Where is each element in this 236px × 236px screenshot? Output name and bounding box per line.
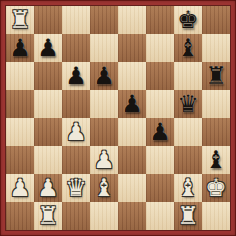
square-e6[interactable] — [118, 62, 146, 90]
piece-black-pawn-b7[interactable]: ♟ — [34, 34, 62, 62]
square-d5[interactable] — [90, 90, 118, 118]
square-b6[interactable] — [34, 62, 62, 90]
square-c6[interactable]: ♟ — [62, 62, 90, 90]
square-c8[interactable] — [62, 6, 90, 34]
square-c7[interactable] — [62, 34, 90, 62]
square-f6[interactable] — [146, 62, 174, 90]
piece-white-pawn-a2[interactable]: ♟ — [6, 174, 34, 202]
piece-white-rook-a8[interactable]: ♜ — [6, 6, 34, 34]
square-a7[interactable]: ♟ — [6, 34, 34, 62]
piece-black-pawn-e5[interactable]: ♟ — [118, 90, 146, 118]
square-f2[interactable] — [146, 174, 174, 202]
square-e1[interactable] — [118, 202, 146, 230]
square-b8[interactable] — [34, 6, 62, 34]
square-f8[interactable] — [146, 6, 174, 34]
square-h1[interactable] — [202, 202, 230, 230]
piece-black-queen-g5[interactable]: ♛ — [174, 90, 202, 118]
square-d2[interactable]: ♝ — [90, 174, 118, 202]
square-d1[interactable] — [90, 202, 118, 230]
square-h4[interactable] — [202, 118, 230, 146]
piece-black-pawn-d6[interactable]: ♟ — [90, 62, 118, 90]
piece-white-pawn-c4[interactable]: ♟ — [62, 118, 90, 146]
square-d8[interactable] — [90, 6, 118, 34]
chess-board: ♜♚♟♟♝♟♟♜♟♛♟♟♟♝♟♟♛♝♝♚♜♜ — [6, 6, 230, 230]
piece-black-king-g8[interactable]: ♚ — [174, 6, 202, 34]
square-e8[interactable] — [118, 6, 146, 34]
square-b1[interactable]: ♜ — [34, 202, 62, 230]
square-b3[interactable] — [34, 146, 62, 174]
square-g7[interactable]: ♝ — [174, 34, 202, 62]
square-a1[interactable] — [6, 202, 34, 230]
board-frame: ♜♚♟♟♝♟♟♜♟♛♟♟♟♝♟♟♛♝♝♚♜♜ — [0, 0, 236, 236]
square-a8[interactable]: ♜ — [6, 6, 34, 34]
piece-white-rook-b1[interactable]: ♜ — [34, 202, 62, 230]
square-e2[interactable] — [118, 174, 146, 202]
square-f1[interactable] — [146, 202, 174, 230]
square-c5[interactable] — [62, 90, 90, 118]
piece-white-king-h2[interactable]: ♚ — [202, 174, 230, 202]
square-h6[interactable]: ♜ — [202, 62, 230, 90]
piece-black-bishop-h3[interactable]: ♝ — [202, 146, 230, 174]
square-h7[interactable] — [202, 34, 230, 62]
square-b2[interactable]: ♟ — [34, 174, 62, 202]
square-a4[interactable] — [6, 118, 34, 146]
square-g8[interactable]: ♚ — [174, 6, 202, 34]
square-a6[interactable] — [6, 62, 34, 90]
square-g1[interactable]: ♜ — [174, 202, 202, 230]
piece-black-pawn-a7[interactable]: ♟ — [6, 34, 34, 62]
square-a2[interactable]: ♟ — [6, 174, 34, 202]
square-d6[interactable]: ♟ — [90, 62, 118, 90]
piece-white-bishop-g2[interactable]: ♝ — [174, 174, 202, 202]
piece-white-queen-c2[interactable]: ♛ — [62, 174, 90, 202]
square-f4[interactable]: ♟ — [146, 118, 174, 146]
square-f5[interactable] — [146, 90, 174, 118]
piece-black-pawn-c6[interactable]: ♟ — [62, 62, 90, 90]
square-b5[interactable] — [34, 90, 62, 118]
square-d4[interactable] — [90, 118, 118, 146]
square-d3[interactable]: ♟ — [90, 146, 118, 174]
square-b7[interactable]: ♟ — [34, 34, 62, 62]
square-a3[interactable] — [6, 146, 34, 174]
square-h3[interactable]: ♝ — [202, 146, 230, 174]
square-f7[interactable] — [146, 34, 174, 62]
square-d7[interactable] — [90, 34, 118, 62]
square-e5[interactable]: ♟ — [118, 90, 146, 118]
square-h8[interactable] — [202, 6, 230, 34]
piece-black-rook-h6[interactable]: ♜ — [202, 62, 230, 90]
square-g5[interactable]: ♛ — [174, 90, 202, 118]
square-e4[interactable] — [118, 118, 146, 146]
square-h5[interactable] — [202, 90, 230, 118]
square-g6[interactable] — [174, 62, 202, 90]
square-h2[interactable]: ♚ — [202, 174, 230, 202]
square-a5[interactable] — [6, 90, 34, 118]
square-c2[interactable]: ♛ — [62, 174, 90, 202]
square-e3[interactable] — [118, 146, 146, 174]
square-g4[interactable] — [174, 118, 202, 146]
piece-white-bishop-d2[interactable]: ♝ — [90, 174, 118, 202]
square-f3[interactable] — [146, 146, 174, 174]
square-c1[interactable] — [62, 202, 90, 230]
piece-white-rook-g1[interactable]: ♜ — [174, 202, 202, 230]
piece-white-pawn-d3[interactable]: ♟ — [90, 146, 118, 174]
piece-black-bishop-g7[interactable]: ♝ — [174, 34, 202, 62]
square-c3[interactable] — [62, 146, 90, 174]
square-e7[interactable] — [118, 34, 146, 62]
square-c4[interactable]: ♟ — [62, 118, 90, 146]
square-g2[interactable]: ♝ — [174, 174, 202, 202]
piece-white-pawn-b2[interactable]: ♟ — [34, 174, 62, 202]
piece-black-pawn-f4[interactable]: ♟ — [146, 118, 174, 146]
square-b4[interactable] — [34, 118, 62, 146]
square-g3[interactable] — [174, 146, 202, 174]
